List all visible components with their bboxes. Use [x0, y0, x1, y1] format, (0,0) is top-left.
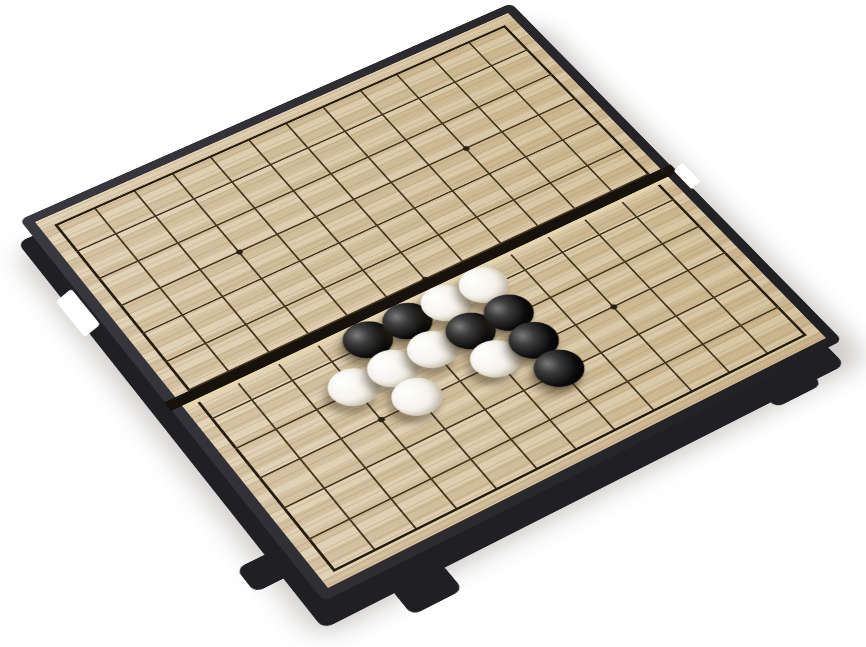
board-surface[interactable]	[35, 13, 826, 588]
go-board-photo	[0, 0, 866, 647]
go-board	[35, 13, 826, 588]
